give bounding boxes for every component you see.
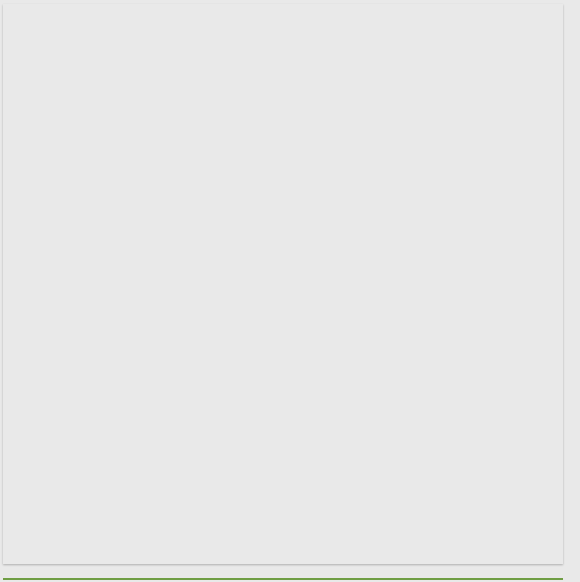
rank-coordinates	[563, 4, 580, 564]
chess-board	[3, 4, 563, 564]
lesson-progress-bar	[3, 578, 563, 580]
lesson-progress-fill	[3, 578, 563, 580]
file-coordinates	[3, 562, 563, 578]
